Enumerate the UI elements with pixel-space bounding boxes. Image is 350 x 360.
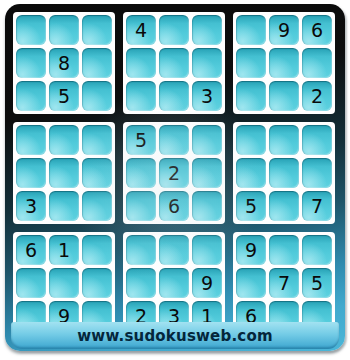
cell-r1c1[interactable] [16,15,46,45]
cell-r5c9[interactable] [302,158,332,188]
cell-r7c6[interactable] [192,235,222,265]
box-1: 85 [13,12,115,114]
cell-r1c3[interactable] [82,15,112,45]
cell-r5c8[interactable] [269,158,299,188]
cell-r4c2[interactable] [49,125,79,155]
cell-r1c4[interactable]: 4 [126,15,156,45]
cell-r7c1[interactable]: 6 [16,235,46,265]
box-5: 526 [123,122,225,224]
cell-r8c6[interactable]: 9 [192,268,222,298]
box-2: 43 [123,12,225,114]
cell-r3c4[interactable] [126,81,156,111]
cell-r6c6[interactable] [192,191,222,221]
cell-r1c2[interactable] [49,15,79,45]
cell-r3c7[interactable] [236,81,266,111]
cell-r4c7[interactable] [236,125,266,155]
box-6: 57 [233,122,335,224]
cell-r4c8[interactable] [269,125,299,155]
cell-r5c6[interactable] [192,158,222,188]
cell-r6c1[interactable]: 3 [16,191,46,221]
cell-r5c1[interactable] [16,158,46,188]
cell-r4c6[interactable] [192,125,222,155]
cell-r1c6[interactable] [192,15,222,45]
cell-r8c7[interactable] [236,268,266,298]
cell-r3c8[interactable] [269,81,299,111]
footer-band: www.sudokusweb.com [11,322,339,349]
cell-r3c1[interactable] [16,81,46,111]
site-url[interactable]: www.sudokusweb.com [77,327,272,345]
cell-r5c4[interactable] [126,158,156,188]
cell-r2c2[interactable]: 8 [49,48,79,78]
cell-r5c3[interactable] [82,158,112,188]
cell-r7c3[interactable] [82,235,112,265]
cell-r4c3[interactable] [82,125,112,155]
cell-r7c8[interactable] [269,235,299,265]
cell-r8c8[interactable]: 7 [269,268,299,298]
cell-r8c4[interactable] [126,268,156,298]
sudoku-board: 854396235265761992319756 [13,12,335,334]
cell-r2c3[interactable] [82,48,112,78]
cell-r6c2[interactable] [49,191,79,221]
cell-r8c5[interactable] [159,268,189,298]
cell-r7c4[interactable] [126,235,156,265]
cell-r7c5[interactable] [159,235,189,265]
cell-r2c6[interactable] [192,48,222,78]
cell-r7c9[interactable] [302,235,332,265]
cell-r8c2[interactable] [49,268,79,298]
cell-r6c4[interactable] [126,191,156,221]
cell-r8c9[interactable]: 5 [302,268,332,298]
cell-r1c8[interactable]: 9 [269,15,299,45]
cell-r1c5[interactable] [159,15,189,45]
cell-r2c5[interactable] [159,48,189,78]
cell-r6c3[interactable] [82,191,112,221]
box-8: 9231 [123,232,225,334]
cell-r4c5[interactable] [159,125,189,155]
cell-r3c6[interactable]: 3 [192,81,222,111]
cell-r8c1[interactable] [16,268,46,298]
cell-r8c3[interactable] [82,268,112,298]
cell-r2c1[interactable] [16,48,46,78]
box-9: 9756 [233,232,335,334]
cell-r6c5[interactable]: 6 [159,191,189,221]
cell-r7c2[interactable]: 1 [49,235,79,265]
cell-r6c9[interactable]: 7 [302,191,332,221]
cell-r5c5[interactable]: 2 [159,158,189,188]
cell-r3c9[interactable]: 2 [302,81,332,111]
cell-r6c8[interactable] [269,191,299,221]
cell-r1c9[interactable]: 6 [302,15,332,45]
cell-r5c2[interactable] [49,158,79,188]
sudoku-widget: 854396235265761992319756 www.sudokusweb.… [0,0,350,360]
box-7: 619 [13,232,115,334]
cell-r3c3[interactable] [82,81,112,111]
cell-r2c9[interactable] [302,48,332,78]
cell-r4c4[interactable]: 5 [126,125,156,155]
cell-r2c8[interactable] [269,48,299,78]
box-3: 962 [233,12,335,114]
cell-r5c7[interactable] [236,158,266,188]
cell-r6c7[interactable]: 5 [236,191,266,221]
cell-r7c7[interactable]: 9 [236,235,266,265]
box-4: 3 [13,122,115,224]
cell-r2c4[interactable] [126,48,156,78]
cell-r4c1[interactable] [16,125,46,155]
cell-r3c5[interactable] [159,81,189,111]
cell-r1c7[interactable] [236,15,266,45]
cell-r3c2[interactable]: 5 [49,81,79,111]
cell-r4c9[interactable] [302,125,332,155]
cell-r2c7[interactable] [236,48,266,78]
